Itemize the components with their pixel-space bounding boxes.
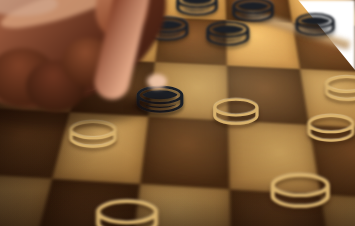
fingertip-nail xyxy=(147,74,167,89)
finger-shadow xyxy=(130,99,176,114)
hand xyxy=(0,0,355,226)
checkers-photo: ⛂⛂⛂⛂⛂⛂⛂⛀⛀⛀⛀⛀⛀⛀ xyxy=(0,0,355,226)
